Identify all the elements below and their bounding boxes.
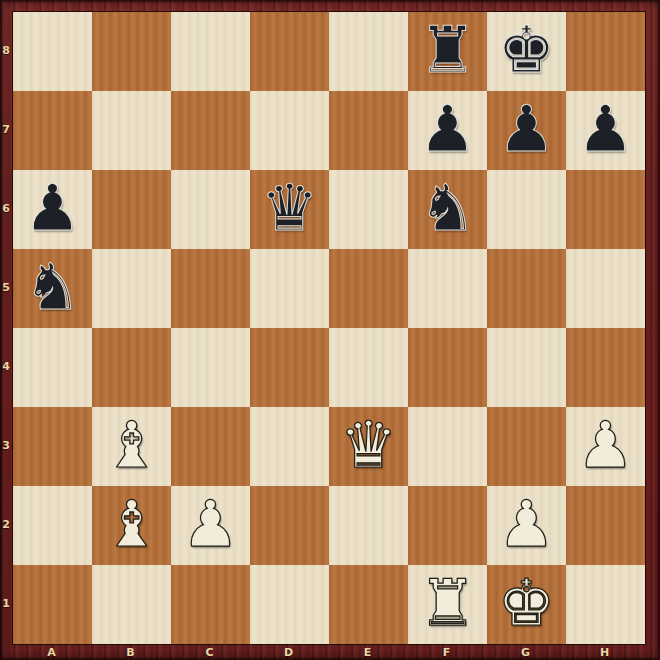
piece-black-pawn[interactable]: ♟ <box>498 97 555 161</box>
square-c1[interactable] <box>171 565 250 644</box>
square-b6[interactable] <box>92 170 171 249</box>
square-f8[interactable]: ♜ <box>408 12 487 91</box>
square-a3[interactable] <box>13 407 92 486</box>
square-h3[interactable]: ♟ <box>566 407 645 486</box>
rank-label-7: 7 <box>0 90 12 169</box>
square-a8[interactable] <box>13 12 92 91</box>
square-g8[interactable]: ♚ <box>487 12 566 91</box>
file-label-h: H <box>565 644 644 660</box>
piece-white-bishop[interactable]: ♝ <box>103 413 160 477</box>
rank-label-5: 5 <box>0 248 12 327</box>
file-labels: ABCDEFGH <box>12 644 644 660</box>
piece-white-rook[interactable]: ♜ <box>419 571 476 635</box>
file-label-g: G <box>486 644 565 660</box>
square-c8[interactable] <box>171 12 250 91</box>
piece-white-pawn[interactable]: ♟ <box>182 492 239 556</box>
square-c6[interactable] <box>171 170 250 249</box>
rank-label-4: 4 <box>0 327 12 406</box>
rank-label-8: 8 <box>0 11 12 90</box>
square-f1[interactable]: ♜ <box>408 565 487 644</box>
square-d5[interactable] <box>250 249 329 328</box>
square-a1[interactable] <box>13 565 92 644</box>
square-c2[interactable]: ♟ <box>171 486 250 565</box>
square-g2[interactable]: ♟ <box>487 486 566 565</box>
rank-label-1: 1 <box>0 564 12 643</box>
square-e2[interactable] <box>329 486 408 565</box>
square-g7[interactable]: ♟ <box>487 91 566 170</box>
square-f3[interactable] <box>408 407 487 486</box>
file-label-d: D <box>249 644 328 660</box>
square-g1[interactable]: ♚ <box>487 565 566 644</box>
square-e4[interactable] <box>329 328 408 407</box>
file-label-a: A <box>12 644 91 660</box>
square-h4[interactable] <box>566 328 645 407</box>
piece-white-queen[interactable]: ♛ <box>340 413 397 477</box>
piece-black-pawn[interactable]: ♟ <box>419 97 476 161</box>
square-h7[interactable]: ♟ <box>566 91 645 170</box>
piece-white-pawn[interactable]: ♟ <box>498 492 555 556</box>
piece-black-queen[interactable]: ♛ <box>261 176 318 240</box>
square-e5[interactable] <box>329 249 408 328</box>
piece-black-pawn[interactable]: ♟ <box>577 97 634 161</box>
square-b7[interactable] <box>92 91 171 170</box>
square-f4[interactable] <box>408 328 487 407</box>
square-b8[interactable] <box>92 12 171 91</box>
square-d2[interactable] <box>250 486 329 565</box>
square-e8[interactable] <box>329 12 408 91</box>
rank-label-2: 2 <box>0 485 12 564</box>
rank-label-6: 6 <box>0 169 12 248</box>
square-d3[interactable] <box>250 407 329 486</box>
square-d4[interactable] <box>250 328 329 407</box>
square-e1[interactable] <box>329 565 408 644</box>
square-d7[interactable] <box>250 91 329 170</box>
square-b4[interactable] <box>92 328 171 407</box>
square-g3[interactable] <box>487 407 566 486</box>
square-a5[interactable]: ♞ <box>13 249 92 328</box>
square-c3[interactable] <box>171 407 250 486</box>
square-c4[interactable] <box>171 328 250 407</box>
square-e3[interactable]: ♛ <box>329 407 408 486</box>
square-f7[interactable]: ♟ <box>408 91 487 170</box>
square-a4[interactable] <box>13 328 92 407</box>
piece-black-pawn[interactable]: ♟ <box>24 176 81 240</box>
square-c7[interactable] <box>171 91 250 170</box>
square-h1[interactable] <box>566 565 645 644</box>
square-d6[interactable]: ♛ <box>250 170 329 249</box>
piece-black-rook[interactable]: ♜ <box>419 18 476 82</box>
file-label-c: C <box>170 644 249 660</box>
file-label-b: B <box>91 644 170 660</box>
rank-labels: 87654321 <box>0 11 12 643</box>
piece-black-knight[interactable]: ♞ <box>24 255 81 319</box>
square-g5[interactable] <box>487 249 566 328</box>
rank-label-3: 3 <box>0 406 12 485</box>
square-h5[interactable] <box>566 249 645 328</box>
square-d8[interactable] <box>250 12 329 91</box>
square-a7[interactable] <box>13 91 92 170</box>
piece-white-king[interactable]: ♚ <box>498 571 555 635</box>
chessboard-screenshot: 87654321 ABCDEFGH ♜♚♟♟♟♟♛♞♞♝♛♟♝♟♟♜♚ <box>0 0 660 660</box>
square-b1[interactable] <box>92 565 171 644</box>
piece-black-knight[interactable]: ♞ <box>419 176 476 240</box>
square-h2[interactable] <box>566 486 645 565</box>
piece-white-pawn[interactable]: ♟ <box>577 413 634 477</box>
square-h8[interactable] <box>566 12 645 91</box>
square-f5[interactable] <box>408 249 487 328</box>
chess-board: ♜♚♟♟♟♟♛♞♞♝♛♟♝♟♟♜♚ <box>12 11 646 645</box>
square-h6[interactable] <box>566 170 645 249</box>
square-f2[interactable] <box>408 486 487 565</box>
square-e6[interactable] <box>329 170 408 249</box>
piece-black-king[interactable]: ♚ <box>498 18 555 82</box>
square-a2[interactable] <box>13 486 92 565</box>
square-c5[interactable] <box>171 249 250 328</box>
square-b3[interactable]: ♝ <box>92 407 171 486</box>
piece-white-bishop[interactable]: ♝ <box>103 492 160 556</box>
square-g6[interactable] <box>487 170 566 249</box>
square-f6[interactable]: ♞ <box>408 170 487 249</box>
square-a6[interactable]: ♟ <box>13 170 92 249</box>
square-e7[interactable] <box>329 91 408 170</box>
file-label-f: F <box>407 644 486 660</box>
square-g4[interactable] <box>487 328 566 407</box>
square-b5[interactable] <box>92 249 171 328</box>
square-b2[interactable]: ♝ <box>92 486 171 565</box>
file-label-e: E <box>328 644 407 660</box>
square-d1[interactable] <box>250 565 329 644</box>
